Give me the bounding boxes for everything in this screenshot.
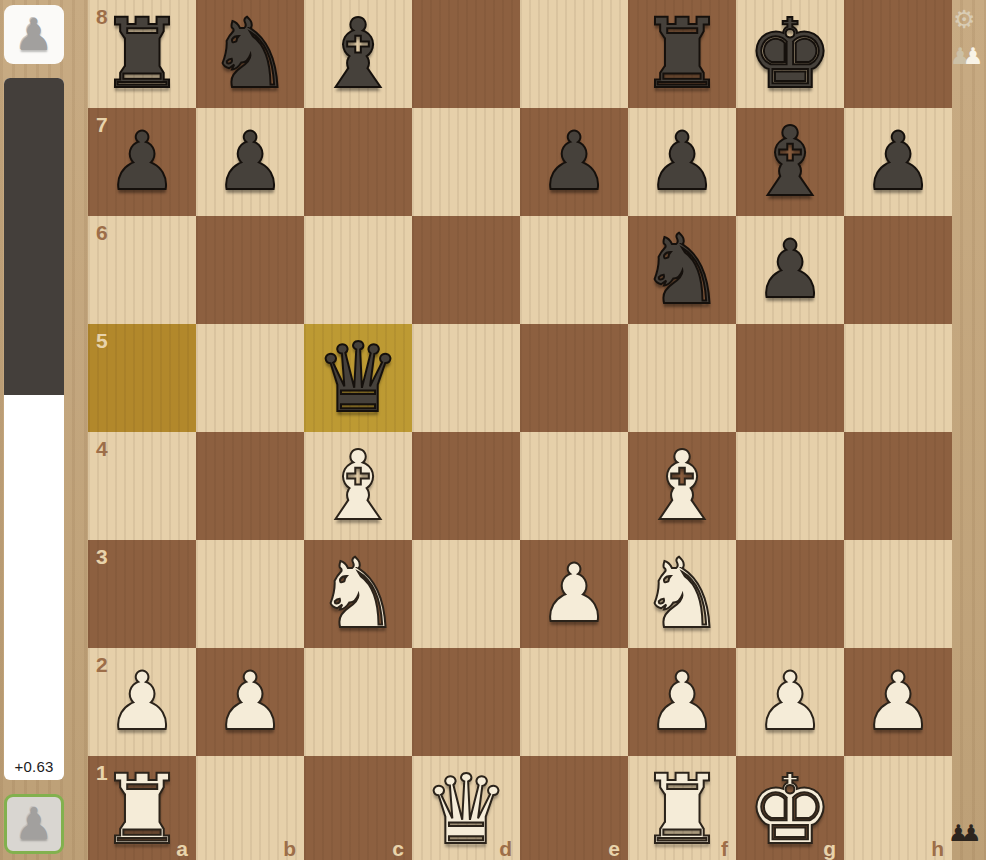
piece-bb-c8[interactable]: ♝ xyxy=(304,0,412,108)
square-f6[interactable]: ♞ xyxy=(628,216,736,324)
square-b4[interactable] xyxy=(196,432,304,540)
piece-bq-c5[interactable]: ♛ xyxy=(304,324,412,432)
square-f1[interactable]: f♜ xyxy=(628,756,736,860)
square-e7[interactable]: ♟ xyxy=(520,108,628,216)
gray-pawn-icon: ♟ xyxy=(14,802,53,846)
coordinate-file-b: b xyxy=(283,838,296,859)
piece-wr-a1[interactable]: ♜ xyxy=(88,756,196,860)
square-d3[interactable] xyxy=(412,540,520,648)
square-e2[interactable] xyxy=(520,648,628,756)
square-d7[interactable] xyxy=(412,108,520,216)
square-g8[interactable]: ♚ xyxy=(736,0,844,108)
piece-wn-f3[interactable]: ♞ xyxy=(628,540,736,648)
square-c4[interactable]: ♝ xyxy=(304,432,412,540)
square-f7[interactable]: ♟ xyxy=(628,108,736,216)
piece-wb-c4[interactable]: ♝ xyxy=(304,432,412,540)
square-c8[interactable]: ♝ xyxy=(304,0,412,108)
square-f4[interactable]: ♝ xyxy=(628,432,736,540)
square-b7[interactable]: ♟ xyxy=(196,108,304,216)
square-d5[interactable] xyxy=(412,324,520,432)
square-b1[interactable]: b xyxy=(196,756,304,860)
evaluation-bar-black-section xyxy=(4,78,64,395)
piece-bp-g6[interactable]: ♟ xyxy=(736,216,844,324)
evaluation-bar: +0.63 xyxy=(4,78,64,780)
square-g2[interactable]: ♟ xyxy=(736,648,844,756)
square-h1[interactable]: h xyxy=(844,756,952,860)
square-e1[interactable]: e xyxy=(520,756,628,860)
players-icon-top[interactable]: ♟ ♟ xyxy=(950,45,983,68)
square-b6[interactable] xyxy=(196,216,304,324)
square-c3[interactable]: ♞ xyxy=(304,540,412,648)
square-g5[interactable] xyxy=(736,324,844,432)
square-b5[interactable] xyxy=(196,324,304,432)
coordinate-rank-5: 5 xyxy=(96,330,108,351)
chess-board[interactable]: 8♜♞♝♜♚7♟♟♟♟♝♟6♞♟5♛4♝♝3♞♟♞2♟♟♟♟♟1a♜bcd♛ef… xyxy=(88,0,952,860)
piece-wp-h2[interactable]: ♟ xyxy=(844,648,952,756)
square-h5[interactable] xyxy=(844,324,952,432)
square-c5[interactable]: ♛ xyxy=(304,324,412,432)
square-a2[interactable]: 2♟ xyxy=(88,648,196,756)
square-a7[interactable]: 7♟ xyxy=(88,108,196,216)
square-a6[interactable]: 6 xyxy=(88,216,196,324)
settings-gear-icon[interactable]: ⚙ xyxy=(953,7,975,32)
square-g4[interactable] xyxy=(736,432,844,540)
square-e8[interactable] xyxy=(520,0,628,108)
piece-wb-f4[interactable]: ♝ xyxy=(628,432,736,540)
square-d1[interactable]: d♛ xyxy=(412,756,520,860)
coordinate-rank-3: 3 xyxy=(96,546,108,567)
square-c1[interactable]: c xyxy=(304,756,412,860)
gray-pawn-icon: ♟ xyxy=(14,13,53,57)
square-c7[interactable] xyxy=(304,108,412,216)
square-a3[interactable]: 3 xyxy=(88,540,196,648)
square-h4[interactable] xyxy=(844,432,952,540)
piece-br-f8[interactable]: ♜ xyxy=(628,0,736,108)
piece-wq-d1[interactable]: ♛ xyxy=(412,756,520,860)
square-d6[interactable] xyxy=(412,216,520,324)
evaluation-score: +0.63 xyxy=(4,758,64,775)
square-c2[interactable] xyxy=(304,648,412,756)
piece-bk-g8[interactable]: ♚ xyxy=(736,0,844,108)
square-f8[interactable]: ♜ xyxy=(628,0,736,108)
pawn-pair-right-icon: ♟ xyxy=(961,822,982,845)
square-e5[interactable] xyxy=(520,324,628,432)
piece-bn-b8[interactable]: ♞ xyxy=(196,0,304,108)
square-g7[interactable]: ♝ xyxy=(736,108,844,216)
square-e6[interactable] xyxy=(520,216,628,324)
piece-wp-g2[interactable]: ♟ xyxy=(736,648,844,756)
coordinate-file-c: c xyxy=(392,838,404,859)
piece-br-a8[interactable]: ♜ xyxy=(88,0,196,108)
square-e4[interactable] xyxy=(520,432,628,540)
square-h8[interactable] xyxy=(844,0,952,108)
piece-wp-f2[interactable]: ♟ xyxy=(628,648,736,756)
square-a5[interactable]: 5 xyxy=(88,324,196,432)
square-g1[interactable]: g♚ xyxy=(736,756,844,860)
square-g6[interactable]: ♟ xyxy=(736,216,844,324)
square-f2[interactable]: ♟ xyxy=(628,648,736,756)
piece-bp-b7[interactable]: ♟ xyxy=(196,108,304,216)
square-f3[interactable]: ♞ xyxy=(628,540,736,648)
piece-bb-g7[interactable]: ♝ xyxy=(736,108,844,216)
piece-wp-b2[interactable]: ♟ xyxy=(196,648,304,756)
piece-bp-a7[interactable]: ♟ xyxy=(88,108,196,216)
piece-bp-e7[interactable]: ♟ xyxy=(520,108,628,216)
square-a4[interactable]: 4 xyxy=(88,432,196,540)
piece-wk-g1[interactable]: ♚ xyxy=(736,756,844,860)
square-e3[interactable]: ♟ xyxy=(520,540,628,648)
piece-wp-a2[interactable]: ♟ xyxy=(88,648,196,756)
player-top-avatar[interactable]: ♟ xyxy=(4,5,64,64)
square-a8[interactable]: 8♜ xyxy=(88,0,196,108)
piece-wp-e3[interactable]: ♟ xyxy=(520,540,628,648)
pawn-pair-right-icon: ♟ xyxy=(963,45,984,68)
piece-wn-c3[interactable]: ♞ xyxy=(304,540,412,648)
square-a1[interactable]: 1a♜ xyxy=(88,756,196,860)
square-b2[interactable]: ♟ xyxy=(196,648,304,756)
player-bottom-avatar[interactable]: ♟ xyxy=(4,794,64,854)
square-h7[interactable]: ♟ xyxy=(844,108,952,216)
piece-bn-f6[interactable]: ♞ xyxy=(628,216,736,324)
piece-bp-h7[interactable]: ♟ xyxy=(844,108,952,216)
coordinate-rank-6: 6 xyxy=(96,222,108,243)
square-b8[interactable]: ♞ xyxy=(196,0,304,108)
square-d8[interactable] xyxy=(412,0,520,108)
square-f5[interactable] xyxy=(628,324,736,432)
square-c6[interactable] xyxy=(304,216,412,324)
square-h3[interactable] xyxy=(844,540,952,648)
players-icon-bottom[interactable]: ♟ ♟ xyxy=(948,822,981,845)
coordinate-rank-4: 4 xyxy=(96,438,108,459)
square-d4[interactable] xyxy=(412,432,520,540)
square-g3[interactable] xyxy=(736,540,844,648)
square-h6[interactable] xyxy=(844,216,952,324)
coordinate-file-h: h xyxy=(931,838,944,859)
piece-wr-f1[interactable]: ♜ xyxy=(628,756,736,860)
square-d2[interactable] xyxy=(412,648,520,756)
coordinate-file-e: e xyxy=(608,838,620,859)
piece-bp-f7[interactable]: ♟ xyxy=(628,108,736,216)
square-b3[interactable] xyxy=(196,540,304,648)
square-h2[interactable]: ♟ xyxy=(844,648,952,756)
